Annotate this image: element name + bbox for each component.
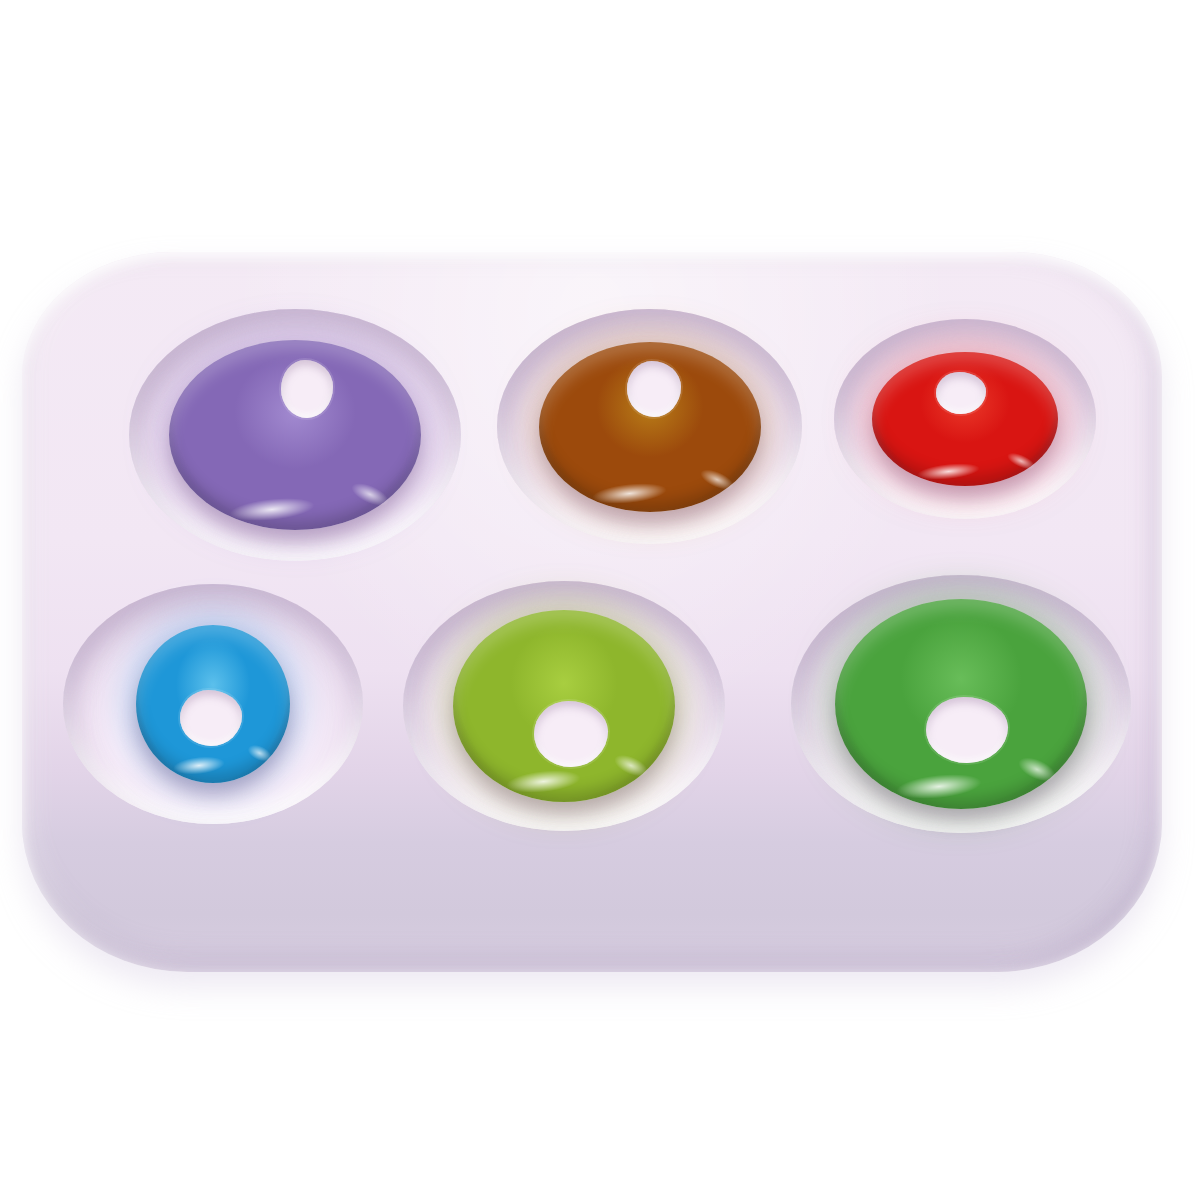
pit-well[interactable]: [791, 575, 1131, 833]
board-grid: [77, 290, 1107, 860]
pit-well[interactable]: [63, 584, 363, 824]
pit-top-2[interactable]: [420, 290, 763, 575]
piece-hole: [926, 697, 1008, 763]
pit-bottom-1[interactable]: [77, 575, 420, 860]
pit-top-3[interactable]: [764, 290, 1107, 575]
pit-bottom-2[interactable]: [420, 575, 763, 860]
pit-position: [791, 575, 1131, 833]
piece-amber-donut[interactable]: [539, 342, 761, 512]
pit-position: [63, 584, 363, 824]
piece-red-donut[interactable]: [872, 352, 1058, 486]
piece-hole: [627, 361, 681, 417]
pit-position: [403, 581, 725, 831]
pit-well[interactable]: [834, 319, 1096, 519]
piece-blue-donut[interactable]: [136, 625, 290, 783]
pit-well[interactable]: [403, 581, 725, 831]
pit-position: [834, 319, 1096, 519]
pit-top-1[interactable]: [77, 290, 420, 575]
photo-scene: [0, 0, 1200, 1200]
piece-green-donut[interactable]: [835, 599, 1087, 809]
pit-well[interactable]: [497, 309, 802, 544]
six-pit-tray: [22, 252, 1162, 972]
pit-position: [497, 309, 802, 544]
piece-chartreuse-donut[interactable]: [453, 610, 675, 802]
piece-hole: [281, 360, 333, 418]
piece-hole: [534, 701, 608, 767]
pit-well[interactable]: [129, 309, 461, 561]
pit-bottom-3[interactable]: [764, 575, 1107, 860]
piece-hole: [180, 690, 242, 746]
pit-position: [129, 309, 461, 561]
piece-purple-donut[interactable]: [169, 340, 421, 530]
piece-hole: [936, 372, 986, 414]
